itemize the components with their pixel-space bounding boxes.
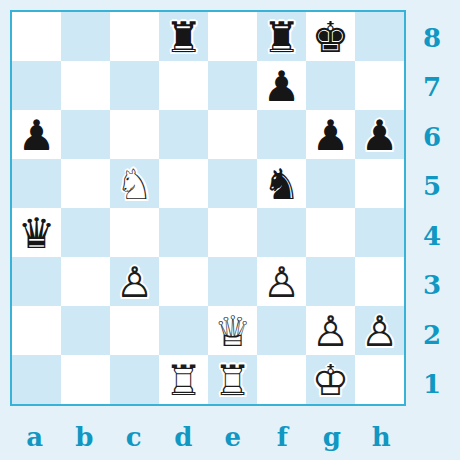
square-f4[interactable] [257,208,306,257]
square-b4[interactable] [61,208,110,257]
white-rook-icon: ♖ [159,356,208,405]
square-b7[interactable] [61,61,110,110]
square-c2[interactable] [110,306,159,355]
white-pawn-icon: ♙ [257,258,306,307]
piece-white-knight[interactable]: ♞♘ [110,159,159,208]
square-g3[interactable] [306,257,355,306]
square-f8[interactable]: ♜ [257,12,306,61]
white-knight-icon: ♘ [110,160,159,209]
square-a7[interactable] [12,61,61,110]
square-g2[interactable]: ♟♙ [306,306,355,355]
piece-black-pawn[interactable]: ♟ [257,61,306,110]
square-c6[interactable] [110,110,159,159]
square-e5[interactable] [208,159,257,208]
rank-label-2: 2 [408,310,456,360]
square-a6[interactable]: ♟ [12,110,61,159]
square-f6[interactable] [257,110,306,159]
square-b1[interactable] [61,355,110,404]
square-e4[interactable] [208,208,257,257]
square-h7[interactable] [355,61,404,110]
square-b6[interactable] [61,110,110,159]
black-king-icon: ♚ [306,13,355,62]
black-rook-icon: ♜ [159,13,208,62]
white-rook-icon: ♖ [208,356,257,405]
square-h1[interactable] [355,355,404,404]
square-g7[interactable] [306,61,355,110]
file-label-e: e [208,410,258,460]
square-h6[interactable]: ♟ [355,110,404,159]
piece-white-queen[interactable]: ♛♕ [208,306,257,355]
black-pawn-icon: ♟ [257,62,306,111]
piece-white-pawn[interactable]: ♟♙ [257,257,306,306]
white-pawn-icon: ♙ [110,258,159,307]
square-e8[interactable] [208,12,257,61]
square-e3[interactable] [208,257,257,306]
piece-black-rook[interactable]: ♜ [159,12,208,61]
square-e7[interactable] [208,61,257,110]
square-h5[interactable] [355,159,404,208]
square-h8[interactable] [355,12,404,61]
square-a1[interactable] [12,355,61,404]
square-c1[interactable] [110,355,159,404]
piece-white-king[interactable]: ♚♔ [306,355,355,404]
square-d6[interactable] [159,110,208,159]
rank-label-5: 5 [408,162,456,212]
white-queen-icon: ♕ [208,307,257,356]
square-g6[interactable]: ♟ [306,110,355,159]
piece-white-rook[interactable]: ♜♖ [159,355,208,404]
square-f2[interactable] [257,306,306,355]
black-rook-icon: ♜ [257,13,306,62]
piece-black-pawn[interactable]: ♟ [12,110,61,159]
piece-black-knight[interactable]: ♞ [257,159,306,208]
square-e1[interactable]: ♜♖ [208,355,257,404]
square-b8[interactable] [61,12,110,61]
square-g1[interactable]: ♚♔ [306,355,355,404]
black-pawn-icon: ♟ [306,111,355,160]
piece-white-pawn[interactable]: ♟♙ [355,306,404,355]
square-h3[interactable] [355,257,404,306]
file-label-c: c [109,410,159,460]
white-king-icon: ♔ [306,356,355,405]
piece-black-pawn[interactable]: ♟ [355,110,404,159]
piece-white-pawn[interactable]: ♟♙ [110,257,159,306]
piece-black-rook[interactable]: ♜ [257,12,306,61]
black-pawn-icon: ♟ [12,111,61,160]
file-label-g: g [307,410,357,460]
white-pawn-icon: ♙ [355,307,404,356]
square-c8[interactable] [110,12,159,61]
square-d7[interactable] [159,61,208,110]
piece-white-pawn[interactable]: ♟♙ [306,306,355,355]
square-a3[interactable] [12,257,61,306]
square-c4[interactable] [110,208,159,257]
black-queen-icon: ♛ [12,209,61,258]
rank-labels: 87654321 [408,10,456,406]
square-b3[interactable] [61,257,110,306]
square-h2[interactable]: ♟♙ [355,306,404,355]
square-b2[interactable] [61,306,110,355]
square-h4[interactable] [355,208,404,257]
file-label-a: a [10,410,60,460]
square-c3[interactable]: ♟♙ [110,257,159,306]
square-e2[interactable]: ♛♕ [208,306,257,355]
file-label-h: h [357,410,407,460]
black-pawn-icon: ♟ [355,111,404,160]
rank-label-1: 1 [408,360,456,410]
square-d1[interactable]: ♜♖ [159,355,208,404]
square-a8[interactable] [12,12,61,61]
file-label-b: b [60,410,110,460]
square-d2[interactable] [159,306,208,355]
square-d8[interactable]: ♜ [159,12,208,61]
rank-label-4: 4 [408,211,456,261]
chess-diagram: ♜♜♚♟♟♟♟♞♘♞♛♟♙♟♙♛♕♟♙♟♙♜♖♜♖♚♔ 87654321 abc… [0,0,460,460]
square-g8[interactable]: ♚ [306,12,355,61]
square-f3[interactable]: ♟♙ [257,257,306,306]
square-f7[interactable]: ♟ [257,61,306,110]
rank-label-8: 8 [408,13,456,63]
square-c7[interactable] [110,61,159,110]
square-a5[interactable] [12,159,61,208]
piece-white-rook[interactable]: ♜♖ [208,355,257,404]
black-knight-icon: ♞ [257,160,306,209]
square-d4[interactable] [159,208,208,257]
piece-black-king[interactable]: ♚ [306,12,355,61]
file-labels: abcdefgh [10,406,406,460]
square-b5[interactable] [61,159,110,208]
piece-black-pawn[interactable]: ♟ [306,110,355,159]
square-a4[interactable]: ♛ [12,208,61,257]
square-a2[interactable] [12,306,61,355]
square-d5[interactable] [159,159,208,208]
rank-label-7: 7 [408,63,456,113]
file-label-d: d [159,410,209,460]
square-f1[interactable] [257,355,306,404]
square-g4[interactable] [306,208,355,257]
rank-label-3: 3 [408,261,456,311]
white-pawn-icon: ♙ [306,307,355,356]
square-f5[interactable]: ♞ [257,159,306,208]
piece-black-queen[interactable]: ♛ [12,208,61,257]
rank-label-6: 6 [408,112,456,162]
square-c5[interactable]: ♞♘ [110,159,159,208]
square-e6[interactable] [208,110,257,159]
square-d3[interactable] [159,257,208,306]
chess-board: ♜♜♚♟♟♟♟♞♘♞♛♟♙♟♙♛♕♟♙♟♙♜♖♜♖♚♔ [10,10,406,406]
file-label-f: f [258,410,308,460]
square-g5[interactable] [306,159,355,208]
